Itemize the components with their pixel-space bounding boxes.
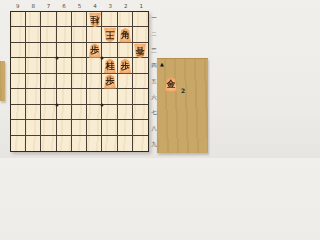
rank-label: 三 <box>150 42 158 58</box>
board-cell[interactable] <box>133 58 148 73</box>
file-labels: 987654321 <box>10 2 149 10</box>
rank-label: 二 <box>150 27 158 43</box>
sente-komadai: ▲ 金 2 <box>157 58 208 153</box>
file-label: 1 <box>134 2 149 10</box>
file-label: 6 <box>56 2 71 10</box>
board-cell[interactable] <box>26 74 41 89</box>
board-cell[interactable] <box>57 12 72 27</box>
board-cell[interactable] <box>87 120 102 135</box>
board-cell[interactable] <box>41 27 56 42</box>
board-cell[interactable] <box>57 105 72 120</box>
board-cell[interactable] <box>11 74 26 89</box>
board-cell[interactable] <box>87 27 102 42</box>
board-cell[interactable] <box>118 12 133 27</box>
board-cell[interactable] <box>72 136 87 151</box>
board-cell[interactable] <box>118 43 133 58</box>
board-cell[interactable] <box>87 136 102 151</box>
board-cell[interactable] <box>41 120 56 135</box>
board-cell[interactable] <box>41 12 56 27</box>
board-cell[interactable] <box>11 105 26 120</box>
board-cell[interactable] <box>102 89 117 104</box>
board-cell[interactable] <box>41 58 56 73</box>
board-cell[interactable] <box>26 12 41 27</box>
board-cell[interactable] <box>133 89 148 104</box>
sente-turn-marker-icon: ▲ <box>160 62 164 67</box>
board-cell[interactable] <box>57 136 72 151</box>
board-cell[interactable] <box>118 105 133 120</box>
board-cell[interactable] <box>102 105 117 120</box>
board-cell[interactable] <box>11 120 26 135</box>
file-label: 2 <box>118 2 133 10</box>
file-label: 7 <box>41 2 56 10</box>
gote-komadai <box>0 61 5 101</box>
board-cell[interactable] <box>133 105 148 120</box>
board-cell[interactable] <box>133 120 148 135</box>
file-label: 3 <box>103 2 118 10</box>
board-cell[interactable] <box>72 105 87 120</box>
star-point <box>101 57 104 60</box>
board-cell[interactable] <box>41 89 56 104</box>
hand-piece-金[interactable]: 金 <box>164 77 178 92</box>
shogi-board: 桂王角歩香桂歩歩 <box>10 11 149 152</box>
board-cell[interactable] <box>72 27 87 42</box>
board-cell[interactable] <box>57 43 72 58</box>
file-label: 5 <box>72 2 87 10</box>
board-cell[interactable] <box>26 105 41 120</box>
board-cell[interactable] <box>41 136 56 151</box>
board-cell[interactable] <box>41 43 56 58</box>
file-label: 8 <box>25 2 40 10</box>
board-cell[interactable] <box>118 89 133 104</box>
board-cell[interactable] <box>102 136 117 151</box>
board-cell[interactable] <box>57 120 72 135</box>
board-cell[interactable] <box>26 89 41 104</box>
board-cell[interactable] <box>118 136 133 151</box>
board-cell[interactable] <box>26 43 41 58</box>
board-cell[interactable] <box>118 74 133 89</box>
board-cell[interactable] <box>133 27 148 42</box>
board-cell[interactable] <box>87 105 102 120</box>
board-cell[interactable] <box>41 74 56 89</box>
board-cell[interactable] <box>102 120 117 135</box>
star-point <box>101 103 104 106</box>
file-label: 9 <box>10 2 25 10</box>
board-cell[interactable] <box>72 43 87 58</box>
board-cell[interactable] <box>57 89 72 104</box>
hand-piece-count: 2 <box>181 88 185 94</box>
board-cell[interactable] <box>102 12 117 27</box>
board-cell[interactable] <box>26 120 41 135</box>
board-cell[interactable] <box>57 27 72 42</box>
file-label: 4 <box>87 2 102 10</box>
board-cell[interactable] <box>72 120 87 135</box>
rank-label: 一 <box>150 11 158 27</box>
board-cell[interactable] <box>87 89 102 104</box>
board-cell[interactable] <box>72 12 87 27</box>
board-cell[interactable] <box>72 89 87 104</box>
board-cell[interactable] <box>26 58 41 73</box>
board-cell[interactable] <box>11 136 26 151</box>
board-cell[interactable] <box>87 74 102 89</box>
board-cell[interactable] <box>118 120 133 135</box>
board-cell[interactable] <box>72 74 87 89</box>
board-cell[interactable] <box>26 27 41 42</box>
star-point <box>55 103 58 106</box>
board-cell[interactable] <box>133 12 148 27</box>
board-cell[interactable] <box>87 58 102 73</box>
board-cell[interactable] <box>11 27 26 42</box>
board-cell[interactable] <box>133 74 148 89</box>
board-cell[interactable] <box>133 136 148 151</box>
board-cell[interactable] <box>41 105 56 120</box>
board-cell[interactable] <box>57 74 72 89</box>
board-cell[interactable] <box>26 136 41 151</box>
board-cell[interactable] <box>102 43 117 58</box>
board-cell[interactable] <box>57 58 72 73</box>
board-cell[interactable] <box>11 58 26 73</box>
star-point <box>55 57 58 60</box>
board-cell[interactable] <box>11 12 26 27</box>
board-cell[interactable] <box>72 58 87 73</box>
board-cell[interactable] <box>11 43 26 58</box>
board-cell[interactable] <box>11 89 26 104</box>
